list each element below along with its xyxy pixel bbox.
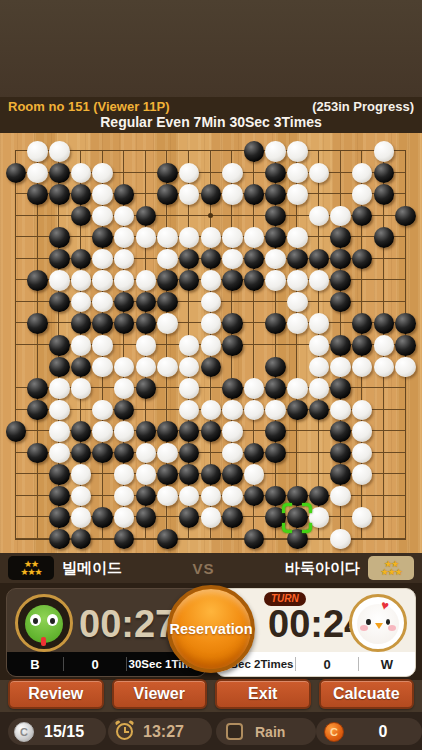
black-stone — [374, 184, 395, 205]
black-stone — [157, 270, 178, 291]
black-stone — [330, 227, 351, 248]
white-stone — [49, 270, 70, 291]
white-stone — [265, 400, 286, 421]
review-button[interactable]: Review — [8, 679, 104, 709]
white-stone — [27, 163, 48, 184]
white-stone — [71, 378, 92, 399]
black-stone — [157, 529, 178, 550]
white-stone — [92, 357, 113, 378]
chick-cheek-icon — [360, 625, 368, 631]
white-stone — [309, 270, 330, 291]
white-stone — [179, 227, 200, 248]
white-stone — [244, 464, 265, 485]
white-stone — [49, 141, 70, 162]
white-stone — [287, 184, 308, 205]
go-board[interactable] — [0, 133, 422, 553]
right-avatar chick-avatar: ♥ — [349, 594, 407, 652]
energy-coin-icon: C — [14, 722, 34, 742]
white-stone — [352, 464, 373, 485]
black-stone — [49, 163, 70, 184]
white-stone — [222, 421, 243, 442]
white-stone — [157, 249, 178, 270]
white-stone — [201, 507, 222, 528]
black-stone — [49, 227, 70, 248]
rule-label: Regular Even 7Min 30Sec 3Times — [0, 114, 422, 130]
black-stone — [287, 249, 308, 270]
white-stone — [374, 141, 395, 162]
versus-label: VS — [130, 560, 277, 577]
white-stone — [352, 421, 373, 442]
white-stone — [222, 184, 243, 205]
black-stone — [49, 249, 70, 270]
chick-beak-icon — [375, 623, 383, 629]
white-stone — [92, 163, 113, 184]
star-icon: ★★★ — [20, 568, 41, 576]
black-stone — [395, 335, 416, 356]
black-stone — [49, 464, 70, 485]
black-stone — [27, 400, 48, 421]
black-stone — [49, 486, 70, 507]
white-stone — [49, 400, 70, 421]
black-stone — [265, 313, 286, 334]
snake-eye-icon — [30, 614, 41, 626]
left-avatar snake-avatar — [15, 594, 73, 652]
white-stone — [157, 357, 178, 378]
white-stone — [330, 529, 351, 550]
coin-count: 0 — [344, 723, 422, 741]
white-stone — [201, 313, 222, 334]
black-stone — [330, 464, 351, 485]
white-stone — [157, 486, 178, 507]
players-bar: ★★ ★★★ 빌메이드 VS 바둑아이다 ★★ ★★★ — [0, 553, 422, 583]
white-stone — [49, 378, 70, 399]
black-stone — [27, 443, 48, 464]
black-stone — [374, 227, 395, 248]
white-stone — [92, 292, 113, 313]
black-stone — [27, 270, 48, 291]
white-stone — [309, 335, 330, 356]
white-stone — [265, 249, 286, 270]
clock-time: 13:27 — [143, 723, 184, 741]
energy-pill: C 15/15 — [8, 718, 106, 745]
white-stone — [92, 421, 113, 442]
black-stone — [265, 163, 286, 184]
left-timer: 00:27 — [79, 603, 176, 646]
coin-pill: C 0 — [316, 718, 422, 745]
black-stone — [157, 163, 178, 184]
black-stone — [114, 529, 135, 550]
rain-label: Rain — [255, 724, 285, 740]
status-bar: C 15/15 13:27 Rain C 0 — [0, 712, 422, 750]
black-stone — [27, 378, 48, 399]
black-stone — [157, 464, 178, 485]
black-stone — [222, 313, 243, 334]
white-stone — [71, 163, 92, 184]
timer-panel: 00:27 B 0 30Sec 1Times TURN 00:24 ♥ 30Se… — [0, 583, 422, 680]
last-move-marker — [283, 504, 311, 532]
right-captures: 0 — [296, 657, 358, 672]
black-stone — [92, 313, 113, 334]
footer-buttons: Review Viewer Exit Calcuate — [0, 679, 422, 712]
white-stone — [114, 378, 135, 399]
black-stone — [92, 443, 113, 464]
white-stone — [265, 141, 286, 162]
heart-icon: ♥ — [380, 597, 391, 613]
white-stone — [287, 378, 308, 399]
black-stone — [27, 313, 48, 334]
black-stone — [49, 335, 70, 356]
left-color-label: B — [7, 657, 63, 672]
white-stone — [287, 163, 308, 184]
black-stone — [71, 313, 92, 334]
snake-tongue-icon — [41, 637, 46, 646]
reservation-label: Reservation — [170, 621, 253, 637]
black-stone — [92, 227, 113, 248]
white-stone — [330, 206, 351, 227]
clock-pill: 13:27 — [108, 718, 212, 745]
white-stone — [395, 357, 416, 378]
black-stone — [374, 163, 395, 184]
black-stone — [265, 421, 286, 442]
white-stone — [92, 184, 113, 205]
right-color-label: W — [359, 657, 415, 672]
black-stone — [330, 249, 351, 270]
black-stone — [330, 335, 351, 356]
black-stone — [71, 357, 92, 378]
black-stone — [395, 206, 416, 227]
black-stone — [157, 184, 178, 205]
viewer-button[interactable]: Viewer — [112, 679, 208, 709]
white-stone — [222, 227, 243, 248]
white-stone — [222, 163, 243, 184]
chick-eye-icon — [386, 619, 391, 625]
white-stone — [179, 335, 200, 356]
white-stone — [222, 249, 243, 270]
black-stone — [201, 184, 222, 205]
black-stone — [222, 464, 243, 485]
white-stone — [71, 335, 92, 356]
white-stone — [114, 270, 135, 291]
white-stone — [71, 507, 92, 528]
alarm-clock-icon — [116, 723, 133, 740]
white-stone — [330, 400, 351, 421]
left-captures: 0 — [64, 657, 126, 672]
go-game-app: { "game": "go", "header": { "room": "Roo… — [0, 0, 422, 750]
black-stone — [136, 378, 157, 399]
white-stone — [374, 357, 395, 378]
black-stone — [157, 292, 178, 313]
black-stone — [244, 529, 265, 550]
black-stone — [49, 292, 70, 313]
black-stone — [330, 270, 351, 291]
white-stone — [309, 163, 330, 184]
white-stone — [222, 486, 243, 507]
black-stone — [287, 400, 308, 421]
black-stone — [244, 270, 265, 291]
black-stone — [157, 421, 178, 442]
chick-cheek-icon — [388, 625, 396, 631]
white-stone — [136, 335, 157, 356]
white-stone — [201, 400, 222, 421]
star-icon: ★★★ — [380, 568, 401, 576]
left-player-name: 빌메이드 — [54, 559, 130, 578]
white-stone — [201, 227, 222, 248]
black-stone — [330, 378, 351, 399]
white-stone — [222, 400, 243, 421]
black-stone — [330, 421, 351, 442]
black-stone — [201, 464, 222, 485]
top-spacer — [0, 0, 422, 97]
black-stone — [179, 507, 200, 528]
white-stone — [179, 184, 200, 205]
white-stone — [136, 464, 157, 485]
black-stone — [265, 206, 286, 227]
white-stone — [136, 357, 157, 378]
chick-face-icon: ♥ — [357, 604, 399, 644]
black-stone — [244, 141, 265, 162]
white-stone — [309, 313, 330, 334]
white-stone — [157, 443, 178, 464]
white-stone — [92, 249, 113, 270]
exit-button[interactable]: Exit — [215, 679, 311, 709]
rain-checkbox[interactable] — [226, 723, 243, 740]
black-stone — [265, 184, 286, 205]
white-stone — [71, 270, 92, 291]
white-stone — [71, 464, 92, 485]
white-stone — [114, 421, 135, 442]
black-stone — [244, 184, 265, 205]
white-stone — [157, 227, 178, 248]
black-stone — [265, 227, 286, 248]
white-stone — [114, 227, 135, 248]
white-stone — [309, 357, 330, 378]
black-stone — [179, 421, 200, 442]
black-stone — [201, 421, 222, 442]
energy-count: 15/15 — [44, 723, 84, 741]
white-stone — [330, 486, 351, 507]
black-stone — [222, 507, 243, 528]
white-stone — [49, 421, 70, 442]
black-stone — [330, 292, 351, 313]
left-rank-stars: ★★ ★★★ — [8, 556, 54, 580]
black-stone — [71, 421, 92, 442]
black-stone — [49, 507, 70, 528]
reservation-button[interactable]: Reservation — [167, 585, 255, 673]
white-stone — [49, 443, 70, 464]
white-stone — [92, 206, 113, 227]
white-stone — [352, 184, 373, 205]
white-stone — [92, 270, 113, 291]
black-stone — [222, 335, 243, 356]
black-stone — [49, 357, 70, 378]
coin-icon: C — [324, 722, 344, 742]
black-stone — [222, 378, 243, 399]
right-rank-stars: ★★ ★★★ — [368, 556, 414, 580]
black-stone — [330, 443, 351, 464]
white-stone — [92, 335, 113, 356]
white-stone — [287, 292, 308, 313]
black-stone — [49, 184, 70, 205]
black-stone — [222, 270, 243, 291]
room-label: Room no 151 (Viewer 11P) — [8, 99, 170, 114]
black-stone — [114, 184, 135, 205]
white-stone — [244, 378, 265, 399]
white-stone — [136, 227, 157, 248]
white-stone — [179, 378, 200, 399]
black-stone — [395, 313, 416, 334]
snake-eye-icon — [47, 614, 58, 626]
white-stone — [265, 270, 286, 291]
header: Room no 151 (Viewer 11P) (253in Progress… — [0, 97, 422, 133]
black-stone — [136, 421, 157, 442]
black-stone — [71, 529, 92, 550]
white-stone — [287, 270, 308, 291]
black-stone — [201, 357, 222, 378]
white-stone — [92, 400, 113, 421]
white-stone — [136, 270, 157, 291]
white-stone — [157, 313, 178, 334]
black-stone — [352, 335, 373, 356]
white-stone — [330, 357, 351, 378]
white-stone — [244, 227, 265, 248]
white-stone — [201, 270, 222, 291]
black-stone — [179, 270, 200, 291]
black-stone — [179, 464, 200, 485]
snake-face-icon — [25, 605, 63, 643]
black-stone — [265, 443, 286, 464]
white-stone — [287, 313, 308, 334]
black-stone — [6, 421, 27, 442]
white-stone — [374, 335, 395, 356]
progress-label: (253in Progress) — [312, 99, 414, 114]
white-stone — [222, 443, 243, 464]
black-stone — [265, 378, 286, 399]
rain-pill: Rain — [216, 718, 316, 745]
white-stone — [27, 141, 48, 162]
black-stone — [374, 313, 395, 334]
chick-eye-icon — [366, 619, 371, 625]
black-stone — [71, 184, 92, 205]
black-stone — [136, 507, 157, 528]
black-stone — [136, 313, 157, 334]
white-stone — [309, 378, 330, 399]
right-player-name: 바둑아이다 — [277, 559, 368, 578]
black-stone — [136, 206, 157, 227]
black-stone — [49, 529, 70, 550]
black-stone — [265, 357, 286, 378]
white-stone — [287, 141, 308, 162]
black-stone — [27, 184, 48, 205]
calcuate-button[interactable]: Calcuate — [319, 679, 415, 709]
white-stone — [114, 464, 135, 485]
black-stone — [92, 507, 113, 528]
white-stone — [287, 227, 308, 248]
white-stone — [201, 335, 222, 356]
